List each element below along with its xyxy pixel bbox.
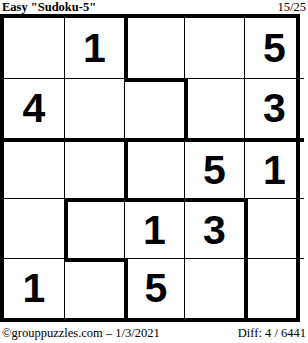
cell-r5c3[interactable]: 5 (124, 258, 184, 318)
cell-r1c5[interactable]: 5 (244, 18, 304, 78)
given-digit: 5 (145, 268, 168, 309)
cell-r5c5[interactable] (244, 258, 304, 318)
cell-r4c3[interactable]: 1 (124, 198, 184, 258)
cell-r5c4[interactable] (184, 258, 244, 318)
cell-r2c5[interactable]: 3 (244, 78, 304, 138)
cell-r2c1[interactable]: 4 (4, 78, 64, 138)
cell-r4c1[interactable] (4, 198, 64, 258)
cell-r3c4[interactable]: 5 (184, 138, 244, 198)
given-digit: 3 (263, 88, 286, 129)
board: 1543511315 (0, 14, 300, 322)
cell-r5c2[interactable] (64, 258, 124, 318)
cell-r3c5[interactable]: 1 (244, 138, 304, 198)
footer: ©grouppuzzles.com – 1/3/2021 Diff: 4 / 6… (0, 322, 308, 343)
cell-r4c2[interactable] (64, 198, 124, 258)
puzzle-title: Easy "Sudoku-5" (2, 1, 96, 14)
given-digit: 1 (23, 268, 46, 309)
cell-r1c1[interactable] (4, 18, 64, 78)
given-digit: 4 (23, 88, 46, 129)
given-digit: 1 (263, 150, 286, 191)
given-digit: 5 (203, 150, 226, 191)
cell-r1c2[interactable]: 1 (64, 18, 124, 78)
cell-r3c1[interactable] (4, 138, 64, 198)
header: Easy "Sudoku-5" 15/25 (0, 0, 308, 14)
cell-r4c4[interactable]: 3 (184, 198, 244, 258)
given-digit: 1 (83, 28, 106, 69)
cell-r2c3[interactable] (124, 78, 184, 138)
cell-r4c5[interactable] (244, 198, 304, 258)
cell-r5c1[interactable]: 1 (4, 258, 64, 318)
given-digit: 3 (203, 210, 226, 251)
cell-r2c2[interactable] (64, 78, 124, 138)
cell-r2c4[interactable] (184, 78, 244, 138)
puzzle-page: Easy "Sudoku-5" 15/25 1543511315 ©groupp… (0, 0, 308, 343)
copyright-text: ©grouppuzzles.com – 1/3/2021 (2, 326, 160, 341)
cell-r3c3[interactable] (124, 138, 184, 198)
cell-r1c3[interactable] (124, 18, 184, 78)
difficulty-text: Diff: 4 / 6441 (238, 326, 306, 341)
cell-r3c2[interactable] (64, 138, 124, 198)
given-digit: 5 (263, 28, 286, 69)
cell-r1c4[interactable] (184, 18, 244, 78)
puzzle-counter: 15/25 (278, 1, 306, 14)
given-digit: 1 (143, 210, 166, 251)
